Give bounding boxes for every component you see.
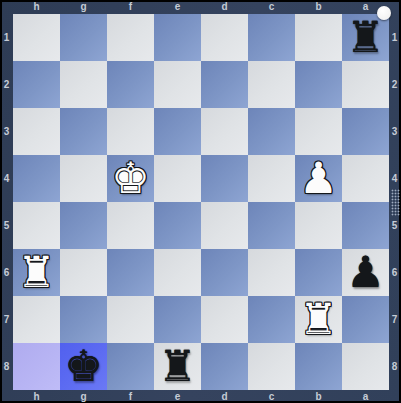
square-h3[interactable] — [13, 108, 60, 155]
square-c6[interactable] — [248, 249, 295, 296]
square-d3[interactable] — [201, 108, 248, 155]
square-a6[interactable]: ♟ — [342, 249, 389, 296]
file-labels-top: hgfedcba — [13, 0, 389, 14]
square-e4[interactable] — [154, 155, 201, 202]
file-label-d: d — [201, 390, 248, 403]
square-c4[interactable] — [248, 155, 295, 202]
square-h1[interactable] — [13, 14, 60, 61]
rank-label-6: 6 — [0, 249, 13, 296]
file-label-g: g — [60, 390, 107, 403]
file-label-d: d — [201, 0, 248, 14]
rank-label-8: 8 — [389, 343, 400, 390]
piece-black-king-g8[interactable]: ♚ — [60, 343, 107, 390]
square-f6[interactable] — [107, 249, 154, 296]
square-e1[interactable] — [154, 14, 201, 61]
square-e6[interactable] — [154, 249, 201, 296]
turn-indicator-icon — [377, 6, 391, 20]
square-f2[interactable] — [107, 61, 154, 108]
rank-label-2: 2 — [0, 61, 13, 108]
square-a8[interactable] — [342, 343, 389, 390]
piece-white-king-f4[interactable]: ♚ — [107, 155, 154, 202]
square-h7[interactable] — [13, 296, 60, 343]
rank-label-5: 5 — [0, 202, 13, 249]
file-label-b: b — [295, 0, 342, 14]
square-b5[interactable] — [295, 202, 342, 249]
square-f1[interactable] — [107, 14, 154, 61]
square-e2[interactable] — [154, 61, 201, 108]
square-g2[interactable] — [60, 61, 107, 108]
square-g8[interactable]: ♚ — [60, 343, 107, 390]
rank-label-2: 2 — [389, 61, 400, 108]
square-b2[interactable] — [295, 61, 342, 108]
file-label-h: h — [13, 390, 60, 403]
rank-label-7: 7 — [0, 296, 13, 343]
piece-white-rook-h6[interactable]: ♜ — [13, 249, 60, 296]
piece-white-rook-b7[interactable]: ♜ — [295, 296, 342, 343]
file-label-c: c — [248, 390, 295, 403]
square-a2[interactable] — [342, 61, 389, 108]
square-c3[interactable] — [248, 108, 295, 155]
file-label-a: a — [342, 390, 389, 403]
rank-labels-left: 12345678 — [0, 14, 13, 390]
square-e8[interactable]: ♜ — [154, 343, 201, 390]
square-g1[interactable] — [60, 14, 107, 61]
file-label-f: f — [107, 390, 154, 403]
square-g4[interactable] — [60, 155, 107, 202]
square-b1[interactable] — [295, 14, 342, 61]
square-e3[interactable] — [154, 108, 201, 155]
square-b3[interactable] — [295, 108, 342, 155]
square-a1[interactable]: ♜ — [342, 14, 389, 61]
file-label-b: b — [295, 390, 342, 403]
square-d6[interactable] — [201, 249, 248, 296]
square-b4[interactable]: ♟ — [295, 155, 342, 202]
square-d4[interactable] — [201, 155, 248, 202]
piece-black-pawn-a6[interactable]: ♟ — [342, 249, 389, 296]
square-h5[interactable] — [13, 202, 60, 249]
square-a7[interactable] — [342, 296, 389, 343]
resize-grip-icon[interactable] — [391, 189, 400, 216]
square-g7[interactable] — [60, 296, 107, 343]
rank-label-1: 1 — [0, 14, 13, 61]
square-h2[interactable] — [13, 61, 60, 108]
file-label-c: c — [248, 0, 295, 14]
square-d8[interactable] — [201, 343, 248, 390]
file-label-f: f — [107, 0, 154, 14]
square-f4[interactable]: ♚ — [107, 155, 154, 202]
square-a5[interactable] — [342, 202, 389, 249]
rank-label-6: 6 — [389, 249, 400, 296]
chess-board-frame: hgfedcba hgfedcba 12345678 12345678 ♜♚♟♜… — [0, 0, 401, 403]
piece-black-rook-a1[interactable]: ♜ — [342, 14, 389, 61]
square-c5[interactable] — [248, 202, 295, 249]
rank-label-7: 7 — [389, 296, 400, 343]
square-a4[interactable] — [342, 155, 389, 202]
square-h4[interactable] — [13, 155, 60, 202]
square-a3[interactable] — [342, 108, 389, 155]
square-c2[interactable] — [248, 61, 295, 108]
square-b8[interactable] — [295, 343, 342, 390]
square-h6[interactable]: ♜ — [13, 249, 60, 296]
square-f8[interactable] — [107, 343, 154, 390]
file-label-e: e — [154, 0, 201, 14]
rank-label-8: 8 — [0, 343, 13, 390]
square-g6[interactable] — [60, 249, 107, 296]
file-label-h: h — [13, 0, 60, 14]
square-f5[interactable] — [107, 202, 154, 249]
square-c7[interactable] — [248, 296, 295, 343]
square-b7[interactable]: ♜ — [295, 296, 342, 343]
square-f7[interactable] — [107, 296, 154, 343]
piece-black-rook-e8[interactable]: ♜ — [154, 343, 201, 390]
rank-label-1: 1 — [389, 14, 400, 61]
square-c1[interactable] — [248, 14, 295, 61]
square-d1[interactable] — [201, 14, 248, 61]
file-label-g: g — [60, 0, 107, 14]
rank-label-4: 4 — [0, 155, 13, 202]
square-d2[interactable] — [201, 61, 248, 108]
square-c8[interactable] — [248, 343, 295, 390]
square-d5[interactable] — [201, 202, 248, 249]
rank-label-3: 3 — [389, 108, 400, 155]
chess-board[interactable]: ♜♚♟♜♟♜♚♜ — [13, 14, 389, 390]
square-d7[interactable] — [201, 296, 248, 343]
square-e5[interactable] — [154, 202, 201, 249]
square-e7[interactable] — [154, 296, 201, 343]
file-labels-bottom: hgfedcba — [13, 390, 389, 403]
file-label-e: e — [154, 390, 201, 403]
square-g3[interactable] — [60, 108, 107, 155]
square-b6[interactable] — [295, 249, 342, 296]
piece-white-pawn-b4[interactable]: ♟ — [295, 155, 342, 202]
square-g5[interactable] — [60, 202, 107, 249]
square-f3[interactable] — [107, 108, 154, 155]
square-h8[interactable] — [13, 343, 60, 390]
rank-label-3: 3 — [0, 108, 13, 155]
